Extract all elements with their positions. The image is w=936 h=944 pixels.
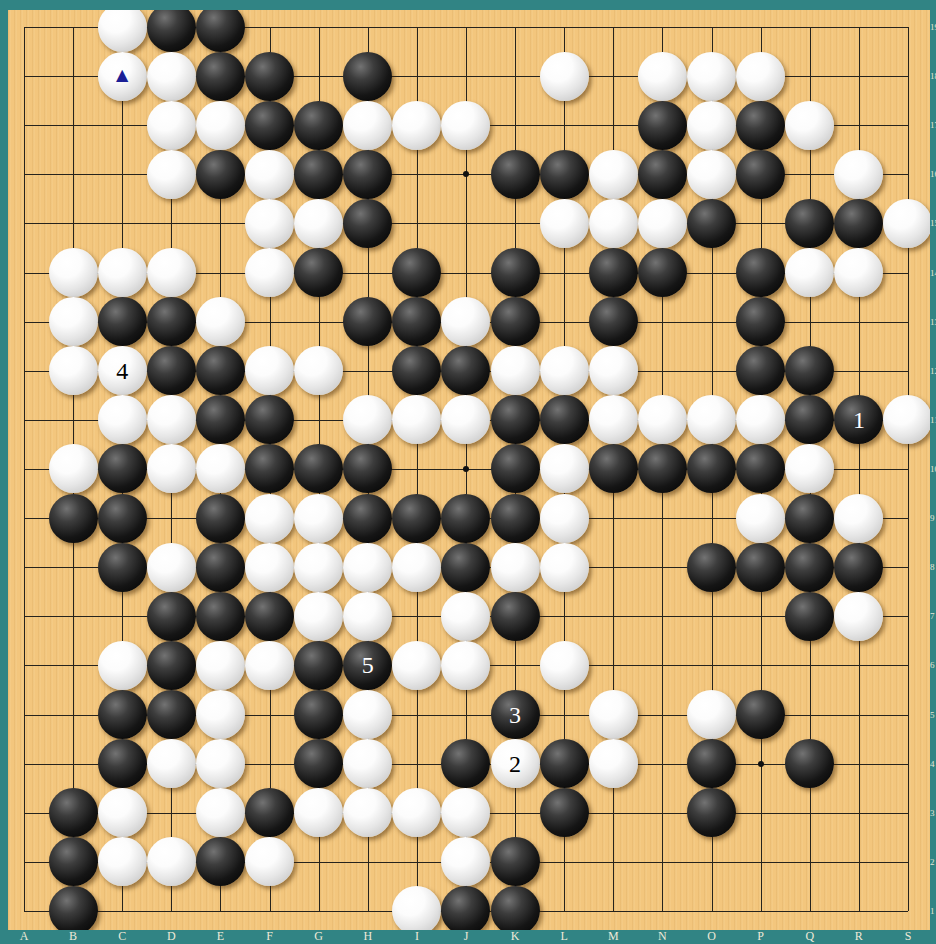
stone-white: [294, 199, 343, 248]
stone-black: [196, 150, 245, 199]
stone-white: [196, 297, 245, 346]
stone-black: [343, 494, 392, 543]
stone-white: [687, 690, 736, 739]
stone-white: [638, 52, 687, 101]
stone-white: [883, 199, 930, 248]
column-label: O: [707, 930, 716, 943]
stone-white: [294, 592, 343, 641]
stone-black: [147, 641, 196, 690]
column-label: L: [561, 930, 568, 943]
stone-black: [245, 592, 294, 641]
stone-white: [834, 150, 883, 199]
stone-black: [491, 150, 540, 199]
stone-black: [785, 592, 834, 641]
stone-black: [245, 52, 294, 101]
column-label: S: [905, 930, 912, 943]
stone-white: [687, 150, 736, 199]
stone-white: [196, 739, 245, 788]
stone-black: [638, 150, 687, 199]
stone-white: [196, 444, 245, 493]
row-label: 18: [930, 72, 936, 81]
stone-black: [147, 297, 196, 346]
stone-black: [98, 543, 147, 592]
move-number-label: 3: [509, 703, 521, 727]
stone-white: [98, 395, 147, 444]
stone-black: [343, 199, 392, 248]
stone-white: [98, 837, 147, 886]
row-label: 12: [930, 366, 936, 375]
stone-black: [638, 444, 687, 493]
stone-black: [834, 543, 883, 592]
stone-black: [392, 248, 441, 297]
stone-white: 2: [491, 739, 540, 788]
stone-white: [441, 297, 490, 346]
stone-white: [687, 395, 736, 444]
stone-white: [245, 641, 294, 690]
stone-black: [736, 690, 785, 739]
stone-black: [294, 641, 343, 690]
stone-white: [736, 52, 785, 101]
stone-black: [98, 297, 147, 346]
stone-black: [294, 739, 343, 788]
stone-white: [196, 690, 245, 739]
stone-white: [589, 346, 638, 395]
stone-black: [540, 788, 589, 837]
stone-black: [245, 395, 294, 444]
column-label: E: [217, 930, 224, 943]
stone-black: [736, 248, 785, 297]
row-label: 2: [930, 857, 935, 866]
stone-black: [343, 150, 392, 199]
stone-white: [392, 101, 441, 150]
stone-black: [98, 739, 147, 788]
stone-white: [785, 101, 834, 150]
stone-black: [245, 101, 294, 150]
stone-white: [245, 837, 294, 886]
stone-black: [392, 494, 441, 543]
move-number-label: 1: [853, 408, 865, 432]
column-label: G: [314, 930, 323, 943]
stone-black: [196, 395, 245, 444]
stone-black: [491, 837, 540, 886]
stone-black: [196, 346, 245, 395]
stone-white: [638, 395, 687, 444]
stone-white: [343, 690, 392, 739]
row-label: 6: [930, 661, 935, 670]
stone-black: [589, 248, 638, 297]
stone-black: [736, 543, 785, 592]
stone-white: [785, 444, 834, 493]
column-label: N: [658, 930, 667, 943]
stone-white: [491, 346, 540, 395]
stone-black: [589, 444, 638, 493]
stone-black: [736, 150, 785, 199]
stone-black: [785, 199, 834, 248]
row-label: 10: [930, 464, 936, 473]
column-label: I: [415, 930, 419, 943]
stone-white: [540, 543, 589, 592]
stone-black: [687, 739, 736, 788]
stone-black: [147, 592, 196, 641]
stone-white: [343, 592, 392, 641]
row-label: 3: [930, 808, 935, 817]
row-label: 5: [930, 710, 935, 719]
stone-black: [736, 346, 785, 395]
stone-black: [785, 494, 834, 543]
stone-black: [392, 346, 441, 395]
stone-black: [294, 690, 343, 739]
stone-black: [343, 444, 392, 493]
stone-white: [540, 641, 589, 690]
stone-white: ▲: [98, 52, 147, 101]
stone-white: [540, 346, 589, 395]
stone-white: [294, 346, 343, 395]
stone-white: [392, 788, 441, 837]
stone-black: [785, 543, 834, 592]
stone-white: [147, 101, 196, 150]
stone-black: [491, 494, 540, 543]
stone-white: [98, 788, 147, 837]
stone-black: [196, 494, 245, 543]
stone-white: [687, 52, 736, 101]
stone-black: [294, 150, 343, 199]
row-label: 9: [930, 514, 935, 523]
stone-white: [540, 494, 589, 543]
column-label: R: [855, 930, 863, 943]
stone-white: [294, 543, 343, 592]
move-number-label: 5: [362, 653, 374, 677]
column-label: M: [608, 930, 619, 943]
stone-black: [147, 10, 196, 52]
row-label: 16: [930, 170, 936, 179]
stone-white: [98, 641, 147, 690]
stone-white: [147, 248, 196, 297]
stone-white: [540, 199, 589, 248]
stone-white: [392, 543, 441, 592]
stone-white: [491, 543, 540, 592]
stone-white: [245, 494, 294, 543]
stone-white: [294, 788, 343, 837]
stone-black: [49, 494, 98, 543]
stone-white: [589, 690, 638, 739]
stone-white: [343, 101, 392, 150]
stone-white: [49, 444, 98, 493]
star-point: [463, 171, 469, 177]
stone-white: [196, 101, 245, 150]
stone-white: [294, 494, 343, 543]
stone-black: [491, 886, 540, 930]
column-label: C: [118, 930, 126, 943]
row-label: 17: [930, 121, 936, 130]
stone-black: [147, 690, 196, 739]
stone-white: [638, 199, 687, 248]
stone-black: [294, 248, 343, 297]
stone-black: [343, 297, 392, 346]
stone-white: [49, 297, 98, 346]
stone-black: [687, 444, 736, 493]
stone-black: [98, 494, 147, 543]
stone-white: [441, 641, 490, 690]
stone-black: [49, 837, 98, 886]
stone-white: [343, 543, 392, 592]
stone-white: [441, 101, 490, 150]
column-label: J: [464, 930, 469, 943]
column-label: P: [757, 930, 764, 943]
stone-white: [540, 444, 589, 493]
stone-black: [441, 739, 490, 788]
stone-white: [147, 52, 196, 101]
stone-black: [638, 101, 687, 150]
stone-white: [343, 739, 392, 788]
stone-black: [834, 199, 883, 248]
row-label: 14: [930, 268, 936, 277]
stone-black: 3: [491, 690, 540, 739]
stone-black: [196, 543, 245, 592]
stone-black: [589, 297, 638, 346]
stone-black: [196, 52, 245, 101]
stone-black: [343, 52, 392, 101]
row-label: 7: [930, 612, 935, 621]
stone-black: [196, 592, 245, 641]
column-label: H: [363, 930, 372, 943]
stone-black: [294, 444, 343, 493]
stone-white: [147, 739, 196, 788]
stone-black: [491, 395, 540, 444]
stone-white: [589, 150, 638, 199]
stone-white: [589, 395, 638, 444]
stone-black: [736, 297, 785, 346]
row-label: 13: [930, 317, 936, 326]
stone-black: [392, 297, 441, 346]
stone-white: [147, 837, 196, 886]
stone-black: [736, 101, 785, 150]
stone-white: [147, 395, 196, 444]
stone-black: [638, 248, 687, 297]
stone-white: [245, 346, 294, 395]
stone-black: [98, 690, 147, 739]
stone-black: [491, 592, 540, 641]
stone-black: [441, 494, 490, 543]
stone-white: [834, 248, 883, 297]
stone-black: [245, 788, 294, 837]
stone-white: [245, 543, 294, 592]
stone-white: [540, 52, 589, 101]
stone-black: [441, 346, 490, 395]
stone-white: [98, 10, 147, 52]
stone-black: [687, 788, 736, 837]
stone-black: [491, 248, 540, 297]
stone-white: [49, 248, 98, 297]
stone-black: [294, 101, 343, 150]
stone-white: [196, 788, 245, 837]
stone-black: [98, 444, 147, 493]
row-label: 4: [930, 759, 935, 768]
star-point: [463, 466, 469, 472]
stone-white: [343, 788, 392, 837]
stone-black: [441, 886, 490, 930]
stone-black: [785, 346, 834, 395]
stone-white: [392, 395, 441, 444]
stone-black: [245, 444, 294, 493]
stone-black: [687, 199, 736, 248]
stone-black: [540, 739, 589, 788]
stone-black: [49, 788, 98, 837]
stone-white: [343, 395, 392, 444]
column-label: D: [167, 930, 176, 943]
stone-white: [245, 150, 294, 199]
stone-black: [196, 837, 245, 886]
stone-white: [589, 199, 638, 248]
star-point: [758, 761, 764, 767]
stone-black: [147, 346, 196, 395]
stone-white: [785, 248, 834, 297]
stone-black: [441, 543, 490, 592]
row-coordinates-strip: 19181716151413121110987654321: [930, 10, 936, 930]
stone-black: [785, 739, 834, 788]
row-label: 19: [930, 23, 936, 32]
stone-white: [736, 494, 785, 543]
stone-white: [883, 395, 930, 444]
stone-white: [49, 346, 98, 395]
stone-white: [147, 444, 196, 493]
grid-line: [908, 27, 909, 911]
stone-white: [98, 248, 147, 297]
move-number-label: 4: [116, 359, 128, 383]
stone-white: [245, 199, 294, 248]
row-label: 11: [930, 415, 936, 424]
stone-white: [589, 739, 638, 788]
column-label: B: [69, 930, 77, 943]
go-game-window: ▲41532 ABCDEFGHIJKLMNOPQRS 1918171615141…: [0, 0, 936, 944]
column-label: Q: [805, 930, 814, 943]
stone-white: [441, 837, 490, 886]
column-label: F: [266, 930, 273, 943]
stone-white: [687, 101, 736, 150]
stone-black: [687, 543, 736, 592]
stone-white: [196, 641, 245, 690]
stone-white: [147, 543, 196, 592]
stone-white: [834, 592, 883, 641]
stone-white: [834, 494, 883, 543]
stone-white: [392, 886, 441, 930]
stone-white: [245, 248, 294, 297]
stone-black: 5: [343, 641, 392, 690]
stone-white: [147, 150, 196, 199]
column-label: A: [20, 930, 29, 943]
stone-black: [736, 444, 785, 493]
stone-black: [785, 395, 834, 444]
move-number-label: 2: [509, 752, 521, 776]
row-label: 8: [930, 563, 935, 572]
stone-black: [540, 395, 589, 444]
stone-black: [491, 297, 540, 346]
stone-white: [441, 395, 490, 444]
stone-black: 1: [834, 395, 883, 444]
go-board[interactable]: ▲41532: [8, 10, 930, 930]
stone-black: [540, 150, 589, 199]
stone-black: [49, 886, 98, 930]
row-label: 1: [930, 906, 935, 915]
stone-black: [196, 10, 245, 52]
stone-white: [441, 592, 490, 641]
column-coordinates-strip: ABCDEFGHIJKLMNOPQRS: [8, 929, 930, 944]
stone-white: 4: [98, 346, 147, 395]
stone-black: [491, 444, 540, 493]
stone-white: [441, 788, 490, 837]
row-label: 15: [930, 219, 936, 228]
triangle-mark-icon: ▲: [112, 65, 133, 86]
stone-white: [736, 395, 785, 444]
column-label: K: [511, 930, 520, 943]
stone-white: [392, 641, 441, 690]
